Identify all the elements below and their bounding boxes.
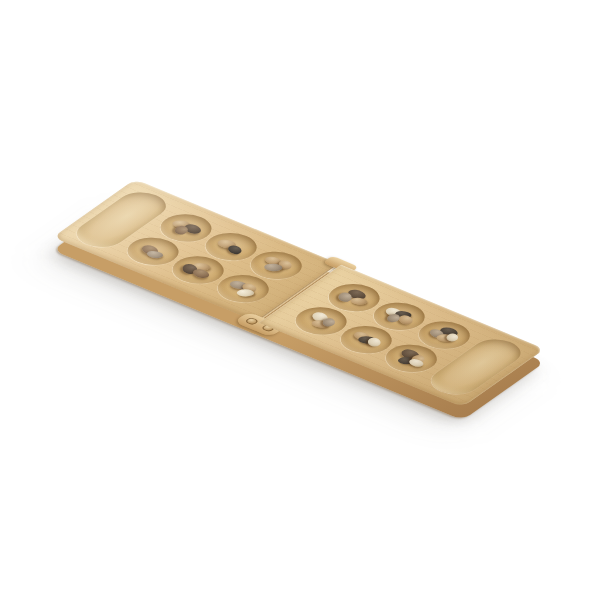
- stone-grey: [264, 263, 284, 272]
- stone-cream: [236, 289, 254, 296]
- stone-black: [226, 244, 244, 255]
- stone-tan: [350, 297, 369, 306]
- photo-background: [0, 0, 600, 600]
- stone-cream: [446, 333, 459, 342]
- stone-cream: [367, 338, 381, 347]
- stone-grey: [145, 250, 165, 260]
- stone-brown: [190, 268, 213, 280]
- hinge-pin-icon: [243, 317, 259, 326]
